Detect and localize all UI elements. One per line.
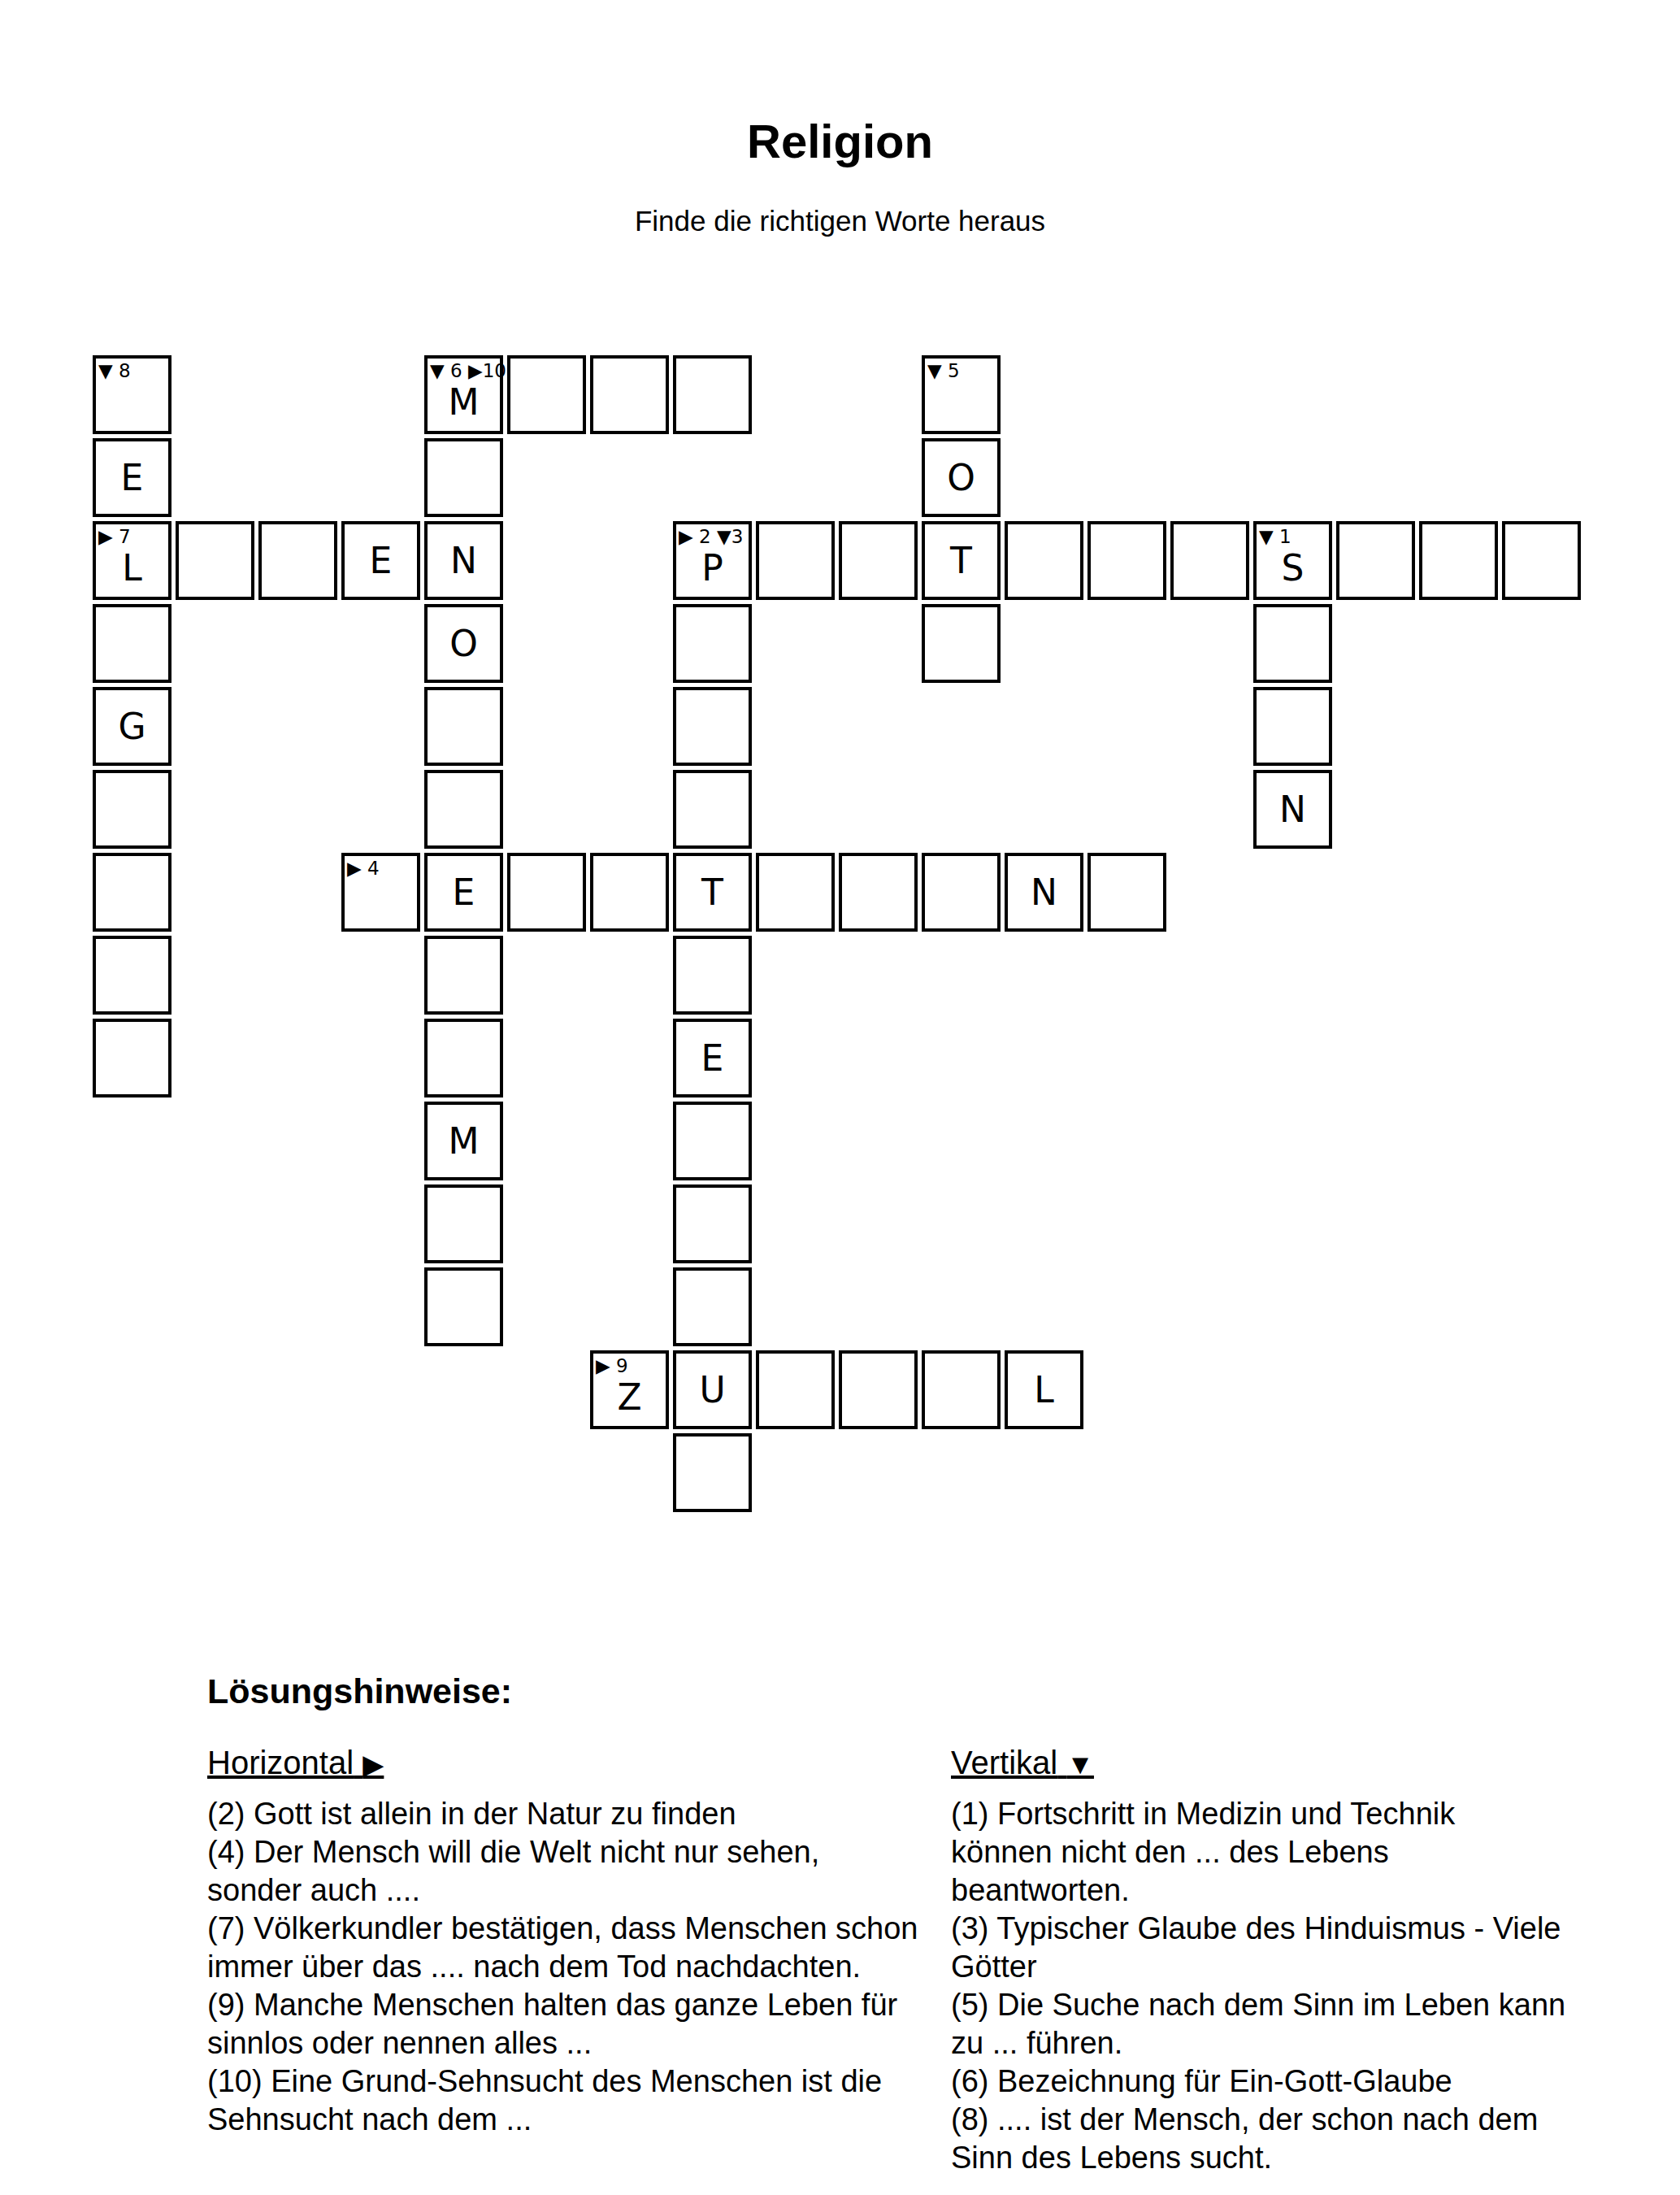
grid-cell-r3c17[interactable] [1502, 521, 1581, 600]
right-arrow-icon: ▶ [362, 1749, 384, 1780]
grid-cell-r2c0[interactable]: E [93, 438, 171, 517]
grid-cell-r10c7[interactable] [673, 1102, 752, 1180]
grid-cell-r7c3[interactable]: ▶ 4 [341, 853, 420, 932]
grid-cell-r5c7[interactable] [673, 687, 752, 766]
cell-letter: M [449, 1124, 480, 1159]
clue-marker: ▶ 7 [98, 527, 131, 547]
grid-cell-r1c7[interactable] [673, 355, 752, 434]
grid-cell-r7c12[interactable] [1087, 853, 1166, 932]
across-clue-7: (7) Völkerkundler bestätigen, dass Mensc… [207, 1910, 955, 1986]
down-clue-1: (1) Fortschritt in Medizin und Technik k… [951, 1795, 1666, 1910]
grid-cell-r2c10[interactable]: O [922, 438, 1001, 517]
cell-letter: E [370, 543, 393, 579]
page-title: Religion [0, 114, 1680, 168]
cell-letter: O [449, 626, 478, 662]
grid-cell-r3c1[interactable] [176, 521, 254, 600]
grid-cell-r7c11[interactable]: N [1005, 853, 1083, 932]
cell-letter: S [1282, 550, 1304, 586]
grid-cell-r12c4[interactable] [424, 1267, 503, 1346]
grid-cell-r5c0[interactable]: G [93, 687, 171, 766]
grid-cell-r3c0[interactable]: ▶ 7L [93, 521, 171, 600]
grid-cell-r9c7[interactable]: E [673, 1019, 752, 1097]
grid-cell-r11c7[interactable] [673, 1184, 752, 1263]
down-clue-6: (6) Bezeichnung für Ein-Gott-Glaube [951, 2062, 1666, 2101]
cell-letter: T [950, 543, 972, 579]
cell-letter: Z [617, 1380, 641, 1415]
across-heading-label: Horizontal [207, 1745, 354, 1780]
grid-cell-r7c5[interactable] [507, 853, 586, 932]
grid-cell-r10c4[interactable]: M [424, 1102, 503, 1180]
cell-letter: E [701, 1041, 724, 1076]
grid-cell-r7c4[interactable]: E [424, 853, 503, 932]
grid-cell-r3c13[interactable] [1170, 521, 1249, 600]
across-heading: Horizontal ▶ [207, 1745, 384, 1781]
grid-cell-r3c10[interactable]: T [922, 521, 1001, 600]
grid-cell-r4c4[interactable]: O [424, 604, 503, 683]
grid-cell-r3c12[interactable] [1087, 521, 1166, 600]
grid-cell-r6c0[interactable] [93, 770, 171, 849]
grid-cell-r3c3[interactable]: E [341, 521, 420, 600]
grid-cell-r2c4[interactable] [424, 438, 503, 517]
cell-letter: E [453, 875, 475, 911]
grid-cell-r5c14[interactable] [1253, 687, 1332, 766]
down-clue-8: (8) .... ist der Mensch, der schon nach … [951, 2101, 1666, 2177]
grid-cell-r14c7[interactable] [673, 1433, 752, 1512]
grid-cell-r9c0[interactable] [93, 1019, 171, 1097]
cell-letter: E [121, 460, 144, 496]
grid-cell-r8c4[interactable] [424, 936, 503, 1015]
cell-letter: P [701, 550, 723, 586]
grid-cell-r13c7[interactable]: U [673, 1350, 752, 1429]
grid-cell-r6c4[interactable] [424, 770, 503, 849]
grid-cell-r3c9[interactable] [839, 521, 918, 600]
grid-cell-r3c7[interactable]: ▶ 2 ▼3P [673, 521, 752, 600]
cell-letter: U [699, 1372, 725, 1408]
across-clue-list: (2) Gott ist allein in der Natur zu find… [207, 1795, 955, 2139]
grid-cell-r7c10[interactable] [922, 853, 1001, 932]
down-heading: Vertikal ▼ [951, 1745, 1094, 1781]
cell-letter: L [122, 550, 142, 586]
grid-cell-r6c14[interactable]: N [1253, 770, 1332, 849]
grid-cell-r3c14[interactable]: ▼ 1S [1253, 521, 1332, 600]
down-clue-3: (3) Typischer Glaube des Hinduismus - Vi… [951, 1910, 1666, 1986]
clue-marker: ▼ 5 [927, 361, 960, 381]
grid-cell-r7c0[interactable] [93, 853, 171, 932]
grid-cell-r13c8[interactable] [756, 1350, 835, 1429]
cell-letter: L [1034, 1372, 1054, 1408]
grid-cell-r4c10[interactable] [922, 604, 1001, 683]
grid-cell-r13c11[interactable]: L [1005, 1350, 1083, 1429]
grid-cell-r4c0[interactable] [93, 604, 171, 683]
grid-cell-r1c0[interactable]: ▼ 8 [93, 355, 171, 434]
cell-letter: N [450, 543, 477, 579]
grid-cell-r1c6[interactable] [590, 355, 669, 434]
clue-marker: ▼ 6 ▶10 [430, 361, 506, 381]
grid-cell-r6c7[interactable] [673, 770, 752, 849]
grid-cell-r1c10[interactable]: ▼ 5 [922, 355, 1001, 434]
cell-letter: M [449, 385, 480, 420]
grid-cell-r11c4[interactable] [424, 1184, 503, 1263]
clue-marker: ▼ 8 [98, 361, 131, 381]
down-clue-5: (5) Die Suche nach dem Sinn im Leben kan… [951, 1986, 1666, 2062]
grid-cell-r13c6[interactable]: ▶ 9Z [590, 1350, 669, 1429]
across-clue-9: (9) Manche Menschen halten das ganze Leb… [207, 1986, 955, 2062]
grid-cell-r1c5[interactable] [507, 355, 586, 434]
cell-letter: O [947, 460, 975, 496]
grid-cell-r7c8[interactable] [756, 853, 835, 932]
grid-cell-r3c8[interactable] [756, 521, 835, 600]
grid-cell-r3c4[interactable]: N [424, 521, 503, 600]
grid-cell-r8c7[interactable] [673, 936, 752, 1015]
grid-cell-r12c7[interactable] [673, 1267, 752, 1346]
grid-cell-r8c0[interactable] [93, 936, 171, 1015]
clue-marker: ▶ 9 [596, 1356, 628, 1376]
grid-cell-r3c16[interactable] [1419, 521, 1498, 600]
across-clue-4: (4) Der Mensch will die Welt nicht nur s… [207, 1833, 955, 1910]
grid-cell-r7c6[interactable] [590, 853, 669, 932]
grid-cell-r1c4[interactable]: ▼ 6 ▶10M [424, 355, 503, 434]
down-arrow-icon: ▼ [1066, 1749, 1094, 1780]
grid-cell-r9c4[interactable] [424, 1019, 503, 1097]
grid-cell-r13c9[interactable] [839, 1350, 918, 1429]
page-subtitle: Finde die richtigen Worte heraus [0, 205, 1680, 237]
cell-letter: N [1031, 875, 1057, 911]
cell-letter: G [118, 709, 145, 745]
grid-cell-r7c7[interactable]: T [673, 853, 752, 932]
grid-cell-r3c11[interactable] [1005, 521, 1083, 600]
cell-letter: T [701, 875, 723, 911]
grid-cell-r3c15[interactable] [1336, 521, 1415, 600]
grid-cell-r4c14[interactable] [1253, 604, 1332, 683]
grid-cell-r4c7[interactable] [673, 604, 752, 683]
grid-cell-r5c4[interactable] [424, 687, 503, 766]
cell-letter: N [1279, 792, 1306, 828]
across-clue-2: (2) Gott ist allein in der Natur zu find… [207, 1795, 955, 1833]
hints-heading: Lösungshinweise: [207, 1671, 512, 1711]
grid-cell-r13c10[interactable] [922, 1350, 1001, 1429]
clue-marker: ▶ 4 [347, 858, 380, 879]
grid-cell-r7c9[interactable] [839, 853, 918, 932]
across-clue-10: (10) Eine Grund-Sehnsucht des Menschen i… [207, 2062, 955, 2139]
down-heading-label: Vertikal [951, 1745, 1057, 1780]
clue-marker: ▼ 1 [1259, 527, 1291, 547]
down-clue-list: (1) Fortschritt in Medizin und Technik k… [951, 1795, 1666, 2177]
clue-marker: ▶ 2 ▼3 [679, 527, 743, 547]
grid-cell-r3c2[interactable] [258, 521, 337, 600]
